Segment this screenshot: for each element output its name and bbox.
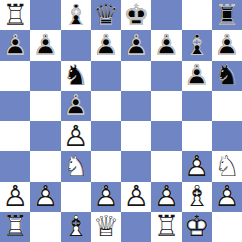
- square-c8[interactable]: ♝♗: [61, 0, 91, 30]
- square-d3[interactable]: [91, 151, 121, 181]
- piece-white-queen: ♛♕: [91, 212, 121, 242]
- square-f3[interactable]: [151, 151, 181, 181]
- square-b2[interactable]: ♟♙: [30, 182, 60, 212]
- piece-white-pawn: ♟♙: [121, 182, 151, 212]
- piece-black-pawn: ♟♙: [0, 30, 30, 60]
- piece-white-pawn: ♟♙: [91, 182, 121, 212]
- square-e5[interactable]: [121, 91, 151, 121]
- square-g1[interactable]: ♚♔: [182, 212, 212, 242]
- piece-black-bishop: ♝♗: [61, 0, 91, 30]
- piece-white-knight: ♞♘: [61, 151, 91, 181]
- square-f8[interactable]: [151, 0, 181, 30]
- square-h8[interactable]: ♜♖: [212, 0, 242, 30]
- square-c7[interactable]: [61, 30, 91, 60]
- square-c2[interactable]: [61, 182, 91, 212]
- piece-black-rook: ♜♖: [212, 0, 242, 30]
- square-f2[interactable]: ♟♙: [151, 182, 181, 212]
- square-b1[interactable]: [30, 212, 60, 242]
- square-g5[interactable]: [182, 91, 212, 121]
- square-f4[interactable]: [151, 121, 181, 151]
- square-g3[interactable]: ♟♙: [182, 151, 212, 181]
- piece-black-pawn: ♟♙: [182, 61, 212, 91]
- square-h7[interactable]: ♟♙: [212, 30, 242, 60]
- piece-white-pawn: ♟♙: [0, 182, 30, 212]
- piece-black-pawn: ♟♙: [151, 30, 181, 60]
- piece-black-knight: ♞♘: [212, 61, 242, 91]
- square-h1[interactable]: [212, 212, 242, 242]
- square-a6[interactable]: [0, 61, 30, 91]
- square-h5[interactable]: [212, 91, 242, 121]
- square-d1[interactable]: ♛♕: [91, 212, 121, 242]
- square-a8[interactable]: ♜♖: [0, 0, 30, 30]
- square-d8[interactable]: ♛♕: [91, 0, 121, 30]
- piece-black-bishop: ♝♗: [182, 30, 212, 60]
- piece-white-pawn: ♟♙: [151, 182, 181, 212]
- square-e3[interactable]: [121, 151, 151, 181]
- square-f7[interactable]: ♟♙: [151, 30, 181, 60]
- square-h2[interactable]: ♟♙: [212, 182, 242, 212]
- piece-white-pawn: ♟♙: [182, 151, 212, 181]
- square-c5[interactable]: ♟♙: [61, 91, 91, 121]
- piece-black-pawn: ♟♙: [91, 30, 121, 60]
- square-c1[interactable]: ♝♗: [61, 212, 91, 242]
- square-e8[interactable]: ♚♔: [121, 0, 151, 30]
- square-a4[interactable]: [0, 121, 30, 151]
- square-a5[interactable]: [0, 91, 30, 121]
- piece-white-rook: ♜♖: [0, 0, 30, 30]
- square-f5[interactable]: [151, 91, 181, 121]
- piece-white-rook: ♜♖: [0, 212, 30, 242]
- piece-black-queen: ♛♕: [91, 0, 121, 30]
- square-d2[interactable]: ♟♙: [91, 182, 121, 212]
- piece-white-bishop: ♝♗: [61, 212, 91, 242]
- square-g6[interactable]: ♟♙: [182, 61, 212, 91]
- square-a1[interactable]: ♜♖: [0, 212, 30, 242]
- square-d4[interactable]: [91, 121, 121, 151]
- square-h3[interactable]: ♞♘: [212, 151, 242, 181]
- square-g8[interactable]: [182, 0, 212, 30]
- square-b4[interactable]: [30, 121, 60, 151]
- square-d6[interactable]: [91, 61, 121, 91]
- piece-white-pawn: ♟♙: [212, 182, 242, 212]
- square-e6[interactable]: [121, 61, 151, 91]
- square-c4[interactable]: ♟♙: [61, 121, 91, 151]
- square-g2[interactable]: ♝♗: [182, 182, 212, 212]
- square-d7[interactable]: ♟♙: [91, 30, 121, 60]
- piece-white-knight: ♞♘: [212, 151, 242, 181]
- square-d5[interactable]: [91, 91, 121, 121]
- piece-white-king: ♚♔: [182, 212, 212, 242]
- square-a7[interactable]: ♟♙: [0, 30, 30, 60]
- square-e1[interactable]: [121, 212, 151, 242]
- square-c6[interactable]: ♞♘: [61, 61, 91, 91]
- piece-white-bishop: ♝♗: [182, 182, 212, 212]
- piece-black-pawn: ♟♙: [30, 30, 60, 60]
- piece-black-pawn: ♟♙: [61, 91, 91, 121]
- piece-white-pawn: ♟♙: [30, 182, 60, 212]
- square-h6[interactable]: ♞♘: [212, 61, 242, 91]
- piece-white-pawn: ♟♙: [61, 121, 91, 151]
- chess-app: ♜♖♝♗♛♕♚♔♜♖♟♙♟♙♟♙♟♙♟♙♝♗♟♙♞♘♟♙♞♘♟♙♟♙♞♘♟♙♞♘…: [0, 0, 242, 242]
- square-e2[interactable]: ♟♙: [121, 182, 151, 212]
- square-a3[interactable]: [0, 151, 30, 181]
- square-b6[interactable]: [30, 61, 60, 91]
- chess-board: ♜♖♝♗♛♕♚♔♜♖♟♙♟♙♟♙♟♙♟♙♝♗♟♙♞♘♟♙♞♘♟♙♟♙♞♘♟♙♞♘…: [0, 0, 242, 242]
- square-b5[interactable]: [30, 91, 60, 121]
- square-c3[interactable]: ♞♘: [61, 151, 91, 181]
- square-g4[interactable]: [182, 121, 212, 151]
- piece-black-king: ♚♔: [121, 0, 151, 30]
- square-b3[interactable]: [30, 151, 60, 181]
- square-a2[interactable]: ♟♙: [0, 182, 30, 212]
- piece-black-knight: ♞♘: [61, 61, 91, 91]
- piece-black-pawn: ♟♙: [121, 30, 151, 60]
- square-b7[interactable]: ♟♙: [30, 30, 60, 60]
- square-h4[interactable]: [212, 121, 242, 151]
- square-b8[interactable]: [30, 0, 60, 30]
- piece-black-pawn: ♟♙: [212, 30, 242, 60]
- square-e7[interactable]: ♟♙: [121, 30, 151, 60]
- square-g7[interactable]: ♝♗: [182, 30, 212, 60]
- piece-white-rook: ♜♖: [151, 212, 181, 242]
- square-f1[interactable]: ♜♖: [151, 212, 181, 242]
- square-f6[interactable]: [151, 61, 181, 91]
- square-e4[interactable]: [121, 121, 151, 151]
